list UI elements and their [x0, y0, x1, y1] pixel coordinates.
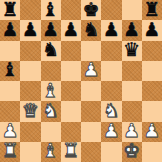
square-b4[interactable] [20, 81, 40, 101]
piece-white-pawn[interactable]: ♟ [123, 122, 140, 141]
square-d7[interactable]: ♟ [61, 20, 81, 40]
square-d2[interactable] [61, 122, 81, 142]
piece-black-rook[interactable]: ♜ [143, 0, 160, 19]
square-a5[interactable]: ♝ [0, 61, 20, 81]
square-d4[interactable] [61, 81, 81, 101]
square-b8[interactable] [20, 0, 40, 20]
square-b7[interactable]: ♟ [20, 20, 40, 40]
square-f3[interactable]: ♞ [101, 101, 121, 121]
square-c1[interactable]: ♝ [41, 142, 61, 162]
square-h1[interactable] [142, 142, 162, 162]
square-f1[interactable] [101, 142, 121, 162]
piece-white-pawn[interactable]: ♟ [2, 122, 19, 141]
square-g2[interactable]: ♟ [122, 122, 142, 142]
square-b2[interactable] [20, 122, 40, 142]
square-f2[interactable]: ♟ [101, 122, 121, 142]
piece-black-pawn[interactable]: ♟ [143, 20, 160, 39]
square-a2[interactable]: ♟ [0, 122, 20, 142]
square-e2[interactable] [81, 122, 101, 142]
square-g6[interactable]: ♛ [122, 41, 142, 61]
piece-black-knight[interactable]: ♞ [42, 41, 59, 60]
square-b3[interactable]: ♛ [20, 101, 40, 121]
chess-board-screenshot: ♜♝♚♜♟♟♟♟♞♟♟♟♞♛♝♟♝♛♞♞♟♟♟♟♜♝♜♚ [0, 0, 162, 162]
piece-black-pawn[interactable]: ♟ [123, 20, 140, 39]
piece-white-rook[interactable]: ♜ [62, 142, 79, 161]
square-c4[interactable]: ♝ [41, 81, 61, 101]
piece-black-pawn[interactable]: ♟ [62, 20, 79, 39]
square-e7[interactable]: ♞ [81, 20, 101, 40]
square-e5[interactable]: ♟ [81, 61, 101, 81]
square-f4[interactable] [101, 81, 121, 101]
square-d6[interactable] [61, 41, 81, 61]
piece-white-pawn[interactable]: ♟ [143, 122, 160, 141]
square-c2[interactable] [41, 122, 61, 142]
square-b5[interactable] [20, 61, 40, 81]
square-a1[interactable]: ♜ [0, 142, 20, 162]
piece-black-knight[interactable]: ♞ [83, 20, 100, 39]
piece-white-pawn[interactable]: ♟ [83, 61, 100, 80]
piece-black-pawn[interactable]: ♟ [103, 20, 120, 39]
square-c7[interactable]: ♟ [41, 20, 61, 40]
square-g5[interactable] [122, 61, 142, 81]
square-g3[interactable] [122, 101, 142, 121]
square-a7[interactable]: ♟ [0, 20, 20, 40]
piece-black-bishop[interactable]: ♝ [42, 0, 59, 19]
piece-white-pawn[interactable]: ♟ [103, 122, 120, 141]
square-c6[interactable]: ♞ [41, 41, 61, 61]
square-d8[interactable] [61, 0, 81, 20]
square-g1[interactable]: ♚ [122, 142, 142, 162]
square-e8[interactable]: ♚ [81, 0, 101, 20]
square-c3[interactable]: ♞ [41, 101, 61, 121]
square-c8[interactable]: ♝ [41, 0, 61, 20]
piece-white-queen[interactable]: ♛ [22, 101, 39, 120]
square-h7[interactable]: ♟ [142, 20, 162, 40]
piece-white-knight[interactable]: ♞ [103, 101, 120, 120]
square-d5[interactable] [61, 61, 81, 81]
piece-black-pawn[interactable]: ♟ [22, 20, 39, 39]
square-b6[interactable] [20, 41, 40, 61]
square-h4[interactable] [142, 81, 162, 101]
square-e6[interactable] [81, 41, 101, 61]
square-g4[interactable] [122, 81, 142, 101]
piece-white-king[interactable]: ♚ [123, 142, 140, 161]
piece-black-pawn[interactable]: ♟ [2, 20, 19, 39]
piece-white-bishop[interactable]: ♝ [42, 142, 59, 161]
square-b1[interactable] [20, 142, 40, 162]
piece-black-queen[interactable]: ♛ [123, 41, 140, 60]
square-e1[interactable] [81, 142, 101, 162]
square-h3[interactable] [142, 101, 162, 121]
square-c5[interactable] [41, 61, 61, 81]
square-e4[interactable] [81, 81, 101, 101]
square-f5[interactable] [101, 61, 121, 81]
square-a4[interactable] [0, 81, 20, 101]
square-f8[interactable] [101, 0, 121, 20]
square-e3[interactable] [81, 101, 101, 121]
square-f7[interactable]: ♟ [101, 20, 121, 40]
square-h8[interactable]: ♜ [142, 0, 162, 20]
piece-black-king[interactable]: ♚ [83, 0, 100, 19]
square-a8[interactable]: ♜ [0, 0, 20, 20]
square-g8[interactable] [122, 0, 142, 20]
piece-black-rook[interactable]: ♜ [2, 0, 19, 19]
square-h6[interactable] [142, 41, 162, 61]
square-a6[interactable] [0, 41, 20, 61]
piece-black-bishop[interactable]: ♝ [2, 61, 19, 80]
square-d3[interactable] [61, 101, 81, 121]
square-g7[interactable]: ♟ [122, 20, 142, 40]
square-h2[interactable]: ♟ [142, 122, 162, 142]
square-h5[interactable] [142, 61, 162, 81]
piece-white-knight[interactable]: ♞ [42, 101, 59, 120]
piece-white-bishop[interactable]: ♝ [42, 81, 59, 100]
chess-board: ♜♝♚♜♟♟♟♟♞♟♟♟♞♛♝♟♝♛♞♞♟♟♟♟♜♝♜♚ [0, 0, 162, 162]
square-d1[interactable]: ♜ [61, 142, 81, 162]
piece-white-rook[interactable]: ♜ [2, 142, 19, 161]
square-a3[interactable] [0, 101, 20, 121]
square-f6[interactable] [101, 41, 121, 61]
piece-black-pawn[interactable]: ♟ [42, 20, 59, 39]
